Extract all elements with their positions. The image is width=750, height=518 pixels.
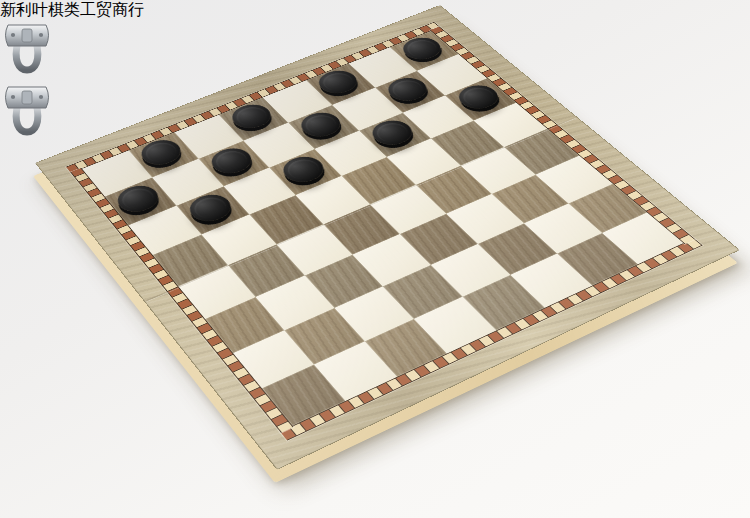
latch-icon — [0, 21, 54, 79]
latch-icon — [0, 83, 54, 141]
watermark-text: 新利叶棋类工贸商行 — [0, 0, 750, 21]
product-photo-stage: 新利叶棋类工贸商行 — [0, 0, 750, 518]
